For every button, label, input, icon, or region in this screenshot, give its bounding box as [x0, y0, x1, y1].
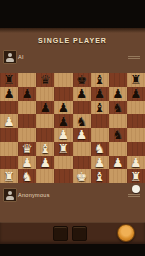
black-queen: ♛: [40, 73, 51, 86]
square-f5[interactable]: [91, 114, 109, 128]
white-knight: ♞: [94, 142, 105, 155]
bottom-toolbar: [0, 222, 145, 244]
person-icon: [6, 58, 14, 62]
black-pawn: ♟: [22, 87, 33, 100]
black-bishop: ♝: [94, 101, 105, 114]
square-f4[interactable]: [91, 128, 109, 142]
black-knight: ♞: [76, 115, 87, 128]
square-b1[interactable]: ♞: [18, 169, 36, 183]
black-pawn: ♟: [112, 87, 123, 100]
square-e3[interactable]: [73, 142, 91, 156]
black-pawn: ♟: [58, 101, 69, 114]
square-b4[interactable]: [18, 128, 36, 142]
white-queen: ♛: [22, 142, 33, 155]
square-b8[interactable]: [18, 73, 36, 87]
square-c1[interactable]: [36, 169, 54, 183]
my-captured-pieces-placeholder: [128, 194, 140, 197]
square-b3[interactable]: ♛: [18, 142, 36, 156]
my-player-row: Anonymous: [0, 188, 145, 204]
square-f1[interactable]: ♝: [91, 169, 109, 183]
black-pawn: ♟: [76, 87, 87, 100]
bottom-black-bar: [0, 244, 145, 256]
square-c7[interactable]: [36, 87, 54, 101]
white-knight: ♞: [22, 170, 33, 183]
square-e1[interactable]: ♚: [73, 169, 91, 183]
square-e5[interactable]: ♞: [73, 114, 91, 128]
square-a4[interactable]: [0, 128, 18, 142]
square-h7[interactable]: ♟: [127, 87, 145, 101]
white-bishop: ♝: [94, 170, 105, 183]
black-pawn: ♟: [58, 115, 69, 128]
black-knight: ♞: [112, 101, 123, 114]
black-rook: ♜: [3, 73, 14, 86]
black-pawn: ♟: [40, 101, 51, 114]
square-d5[interactable]: ♟: [54, 114, 72, 128]
square-c4[interactable]: [36, 128, 54, 142]
square-h1[interactable]: ♜: [127, 169, 145, 183]
square-h4[interactable]: [127, 128, 145, 142]
white-pawn: ♟: [58, 128, 69, 141]
square-a3[interactable]: [0, 142, 18, 156]
white-pawn: ♟: [22, 156, 33, 169]
square-h8[interactable]: ♜: [127, 73, 145, 87]
white-pawn: ♟: [76, 128, 87, 141]
square-d2[interactable]: [54, 156, 72, 170]
square-d8[interactable]: [54, 73, 72, 87]
square-g7[interactable]: ♟: [109, 87, 127, 101]
black-pawn: ♟: [94, 87, 105, 100]
square-h3[interactable]: [127, 142, 145, 156]
square-d4[interactable]: ♟: [54, 128, 72, 142]
square-g2[interactable]: ♟: [109, 156, 127, 170]
person-icon: [8, 53, 12, 57]
square-g4[interactable]: ♞: [109, 128, 127, 142]
square-d6[interactable]: ♟: [54, 101, 72, 115]
chess-board: ♜♛♚♝♜♟♟♟♟♟♟♟♟♝♞♟♟♞♟♟♞♛♝♜♞♟♟♟♟♟♜♞♚♝♜: [0, 73, 145, 183]
opponent-captured-pieces-placeholder: [128, 56, 140, 59]
header-divider: [0, 28, 145, 33]
square-h5[interactable]: [127, 114, 145, 128]
black-rook: ♜: [130, 73, 141, 86]
my-name: Anonymous: [18, 192, 50, 198]
square-g6[interactable]: ♞: [109, 101, 127, 115]
square-h6[interactable]: [127, 101, 145, 115]
black-pawn: ♟: [3, 87, 14, 100]
square-c3[interactable]: ♝: [36, 142, 54, 156]
white-bishop: ♝: [40, 142, 51, 155]
square-a8[interactable]: ♜: [0, 73, 18, 87]
square-e8[interactable]: ♚: [73, 73, 91, 87]
square-b5[interactable]: [18, 114, 36, 128]
person-icon: [6, 196, 14, 200]
square-a5[interactable]: ♟: [0, 114, 18, 128]
square-f2[interactable]: ♟: [91, 156, 109, 170]
square-c5[interactable]: [36, 114, 54, 128]
square-f3[interactable]: ♞: [91, 142, 109, 156]
black-king: ♚: [76, 73, 87, 86]
toolbar-button-right[interactable]: [72, 226, 87, 241]
square-a7[interactable]: ♟: [0, 87, 18, 101]
square-b6[interactable]: [18, 101, 36, 115]
square-g8[interactable]: [109, 73, 127, 87]
toolbar-orange-button[interactable]: [117, 224, 135, 242]
square-f6[interactable]: ♝: [91, 101, 109, 115]
white-pawn: ♟: [3, 115, 14, 128]
opponent-name: AI: [18, 54, 24, 60]
white-pawn: ♟: [130, 156, 141, 169]
black-knight: ♞: [112, 128, 123, 141]
square-c6[interactable]: ♟: [36, 101, 54, 115]
white-king: ♚: [76, 170, 87, 183]
square-e7[interactable]: ♟: [73, 87, 91, 101]
square-e2[interactable]: [73, 156, 91, 170]
black-pawn: ♟: [130, 87, 141, 100]
square-c2[interactable]: ♟: [36, 156, 54, 170]
square-a2[interactable]: [0, 156, 18, 170]
white-rook: ♜: [130, 170, 141, 183]
square-h2[interactable]: ♟: [127, 156, 145, 170]
opponent-avatar: [3, 50, 17, 64]
square-d3[interactable]: ♜: [54, 142, 72, 156]
square-e6[interactable]: [73, 101, 91, 115]
app-screen: SINGLE PLAYER AI ♜♛♚♝♜♟♟♟♟♟♟♟♟♝♞♟♟♞♟♟♞♛♝…: [0, 0, 145, 256]
square-b7[interactable]: ♟: [18, 87, 36, 101]
white-pawn: ♟: [94, 156, 105, 169]
white-pawn: ♟: [40, 156, 51, 169]
square-f8[interactable]: ♝: [91, 73, 109, 87]
square-d7[interactable]: [54, 87, 72, 101]
square-a6[interactable]: [0, 101, 18, 115]
black-bishop: ♝: [94, 73, 105, 86]
white-pawn: ♟: [112, 156, 123, 169]
square-f7[interactable]: ♟: [91, 87, 109, 101]
toolbar-button-left[interactable]: [53, 226, 68, 241]
square-g3[interactable]: [109, 142, 127, 156]
opponent-player-row: AI: [0, 50, 145, 66]
square-a1[interactable]: ♜: [0, 169, 18, 183]
square-d1[interactable]: [54, 169, 72, 183]
ad-banner: [0, 0, 145, 28]
square-e4[interactable]: ♟: [73, 128, 91, 142]
square-b2[interactable]: ♟: [18, 156, 36, 170]
square-c8[interactable]: ♛: [36, 73, 54, 87]
square-g5[interactable]: [109, 114, 127, 128]
page-title: SINGLE PLAYER: [0, 37, 145, 44]
white-rook: ♜: [3, 170, 14, 183]
white-rook: ♜: [58, 142, 69, 155]
square-g1[interactable]: [109, 169, 127, 183]
my-avatar: [3, 188, 17, 202]
person-icon: [8, 191, 12, 195]
